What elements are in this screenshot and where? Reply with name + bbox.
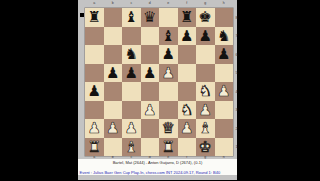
rank-label-5: 5 (234, 64, 239, 83)
square-c7 (122, 27, 141, 46)
square-e1: ♜ (159, 138, 178, 157)
info-panel: Bartel, Mat (2644) - Anton Guijarro, D (… (78, 159, 237, 176)
square-f2: ♟ (178, 119, 197, 138)
white-pawn: ♟ (104, 119, 123, 138)
rank-label-2: 2 (234, 119, 239, 138)
black-king: ♚ (196, 8, 215, 27)
square-f4 (178, 82, 197, 101)
square-e4 (159, 82, 178, 101)
square-g2: ♝ (196, 119, 215, 138)
file-label-e: e (159, 1, 178, 5)
square-f8: ♜ (178, 8, 197, 27)
square-h3 (215, 101, 234, 120)
square-d5: ♟ (141, 64, 160, 83)
square-f1 (178, 138, 197, 157)
white-pawn: ♟ (85, 119, 104, 138)
white-rook: ♜ (85, 138, 104, 157)
square-e8 (159, 8, 178, 27)
square-b8 (104, 8, 123, 27)
chessboard-panel: abcdefgh 87654321 abcdefgh ♜♝♛♜♚♝♟♟♞♞♟♟♟… (78, 0, 237, 180)
square-f3: ♞ (178, 101, 197, 120)
square-c6: ♞ (122, 45, 141, 64)
square-e7: ♝ (159, 27, 178, 46)
game-length: Length : 64 (146, 180, 166, 181)
black-queen: ♛ (141, 8, 160, 27)
square-f5 (178, 64, 197, 83)
rank-label-3: 3 (234, 101, 239, 120)
rank-label-8: 8 (234, 8, 239, 27)
black-pawn: ♟ (141, 64, 160, 83)
white-bishop: ♝ (196, 119, 215, 138)
black-bishop: ♝ (122, 8, 141, 27)
square-e2: ♛ (159, 119, 178, 138)
material-balance: Material : 0 (167, 180, 187, 181)
rank-label-7: 7 (234, 27, 239, 46)
board: ♜♝♛♜♚♝♟♟♞♞♟♟♟♟♟♟♟♞♟♟♞♟♟♟♟♛♟♝♜♝♜♚ (85, 8, 233, 156)
square-g7: ♟ (196, 27, 215, 46)
square-d1 (141, 138, 160, 157)
square-d7 (141, 27, 160, 46)
square-b7 (104, 27, 123, 46)
white-pawn: ♟ (159, 64, 178, 83)
square-d8: ♛ (141, 8, 160, 27)
rank-label-6: 6 (234, 45, 239, 64)
white-pawn: ♟ (178, 119, 197, 138)
square-d3: ♟ (141, 101, 160, 120)
black-pawn: ♟ (85, 82, 104, 101)
white-pawn: ♟ (122, 119, 141, 138)
white-rook: ♜ (159, 138, 178, 157)
square-b2: ♟ (104, 119, 123, 138)
black-pawn: ♟ (178, 27, 197, 46)
square-g6 (196, 45, 215, 64)
square-a6 (85, 45, 104, 64)
rank-label-4: 4 (234, 82, 239, 101)
black-rook: ♜ (85, 8, 104, 27)
square-h5 (215, 64, 234, 83)
rank-labels-right: 87654321 (234, 8, 239, 156)
black-pawn: ♟ (159, 45, 178, 64)
video-frame: abcdefgh 87654321 abcdefgh ♜♝♛♜♚♝♟♟♞♞♟♟♟… (0, 0, 320, 180)
file-label-g: g (196, 1, 215, 5)
square-g1: ♚ (196, 138, 215, 157)
square-c5: ♟ (122, 64, 141, 83)
square-b3 (104, 101, 123, 120)
square-f7: ♟ (178, 27, 197, 46)
square-g8: ♚ (196, 8, 215, 27)
square-c2: ♟ (122, 119, 141, 138)
square-a3 (85, 101, 104, 120)
white-queen: ♛ (159, 119, 178, 138)
square-g4: ♞ (196, 82, 215, 101)
white-knight: ♞ (178, 101, 197, 120)
black-pawn: ♟ (104, 64, 123, 83)
file-label-c: c (122, 1, 141, 5)
square-h2 (215, 119, 234, 138)
square-f6 (178, 45, 197, 64)
file-label-b: b (104, 1, 123, 5)
square-d2 (141, 119, 160, 138)
file-label-a: a (85, 1, 104, 5)
square-c1: ♝ (122, 138, 141, 157)
white-knight: ♞ (196, 82, 215, 101)
white-pawn: ♟ (196, 101, 215, 120)
square-g3: ♟ (196, 101, 215, 120)
file-label-h: h (215, 1, 234, 5)
black-pawn: ♟ (215, 45, 234, 64)
square-h4: ♟ (215, 82, 234, 101)
square-h8 (215, 8, 234, 27)
current-move: 14 . Kg8 (80, 180, 95, 181)
square-a8: ♜ (85, 8, 104, 27)
white-king: ♚ (196, 138, 215, 157)
square-c8: ♝ (122, 8, 141, 27)
square-b6 (104, 45, 123, 64)
black-knight: ♞ (215, 27, 234, 46)
file-label-f: f (178, 1, 197, 5)
square-h6: ♟ (215, 45, 234, 64)
square-c3 (122, 101, 141, 120)
square-h1 (215, 138, 234, 157)
square-d4 (141, 82, 160, 101)
square-e5: ♟ (159, 64, 178, 83)
black-rook: ♜ (178, 8, 197, 27)
square-a4: ♟ (85, 82, 104, 101)
square-b1 (104, 138, 123, 157)
square-a5 (85, 64, 104, 83)
white-bishop: ♝ (122, 138, 141, 157)
square-g5 (196, 64, 215, 83)
square-c4 (122, 82, 141, 101)
black-to-move-indicator (80, 13, 84, 17)
event-line: Event : Julius Baer Gen Cup Play-In, che… (78, 170, 239, 175)
black-knight: ♞ (122, 45, 141, 64)
white-pawn: ♟ (215, 82, 234, 101)
square-b4 (104, 82, 123, 101)
square-e3 (159, 101, 178, 120)
square-a7 (85, 27, 104, 46)
black-pawn: ♟ (122, 64, 141, 83)
players-result-line: Bartel, Mat (2644) - Anton Guijarro, D (… (78, 160, 237, 165)
square-a1: ♜ (85, 138, 104, 157)
square-a2: ♟ (85, 119, 104, 138)
rank-label-1: 1 (234, 138, 239, 157)
square-d6 (141, 45, 160, 64)
next-move: Next : 14 . a4 (113, 180, 137, 181)
square-h7: ♞ (215, 27, 234, 46)
file-labels-top: abcdefgh (85, 1, 233, 5)
black-bishop: ♝ (159, 27, 178, 46)
file-label-d: d (141, 1, 160, 5)
square-e6: ♟ (159, 45, 178, 64)
black-pawn: ♟ (196, 27, 215, 46)
white-pawn: ♟ (141, 101, 160, 120)
square-b5: ♟ (104, 64, 123, 83)
move-status-line: 14 . Kg8 Next : 14 . a4 Length : 64 Mate… (78, 180, 237, 181)
